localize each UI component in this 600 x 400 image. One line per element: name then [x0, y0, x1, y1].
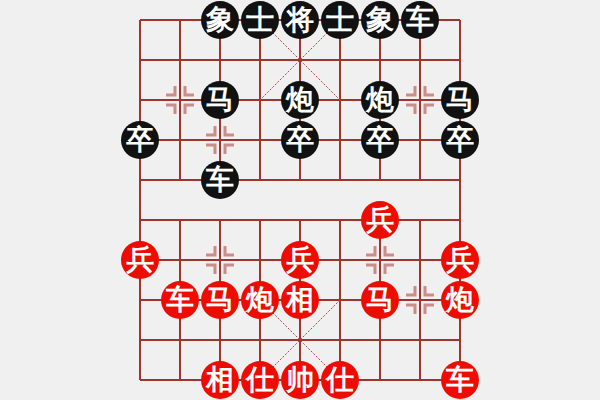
piece-black-horse[interactable]: 马 [441, 81, 479, 119]
piece-black-soldier[interactable]: 卒 [281, 121, 319, 159]
piece-red-chariot[interactable]: 车 [161, 281, 199, 319]
piece-black-advisor[interactable]: 士 [241, 1, 279, 39]
piece-black-elephant[interactable]: 象 [201, 1, 239, 39]
piece-red-advisor[interactable]: 仕 [321, 361, 359, 399]
piece-red-elephant[interactable]: 相 [281, 281, 319, 319]
piece-red-advisor[interactable]: 仕 [241, 361, 279, 399]
piece-black-horse[interactable]: 马 [201, 81, 239, 119]
piece-black-general[interactable]: 将 [281, 1, 319, 39]
piece-red-horse[interactable]: 马 [201, 281, 239, 319]
piece-black-advisor[interactable]: 士 [321, 1, 359, 39]
piece-black-cannon[interactable]: 炮 [361, 81, 399, 119]
piece-red-soldier[interactable]: 兵 [281, 241, 319, 279]
piece-black-cannon[interactable]: 炮 [281, 81, 319, 119]
piece-black-chariot[interactable]: 车 [201, 161, 239, 199]
piece-black-soldier[interactable]: 卒 [441, 121, 479, 159]
piece-black-soldier[interactable]: 卒 [361, 121, 399, 159]
piece-red-general[interactable]: 帅 [281, 361, 319, 399]
piece-red-cannon[interactable]: 炮 [241, 281, 279, 319]
piece-red-horse[interactable]: 马 [361, 281, 399, 319]
piece-red-chariot[interactable]: 车 [441, 361, 479, 399]
piece-red-soldier[interactable]: 兵 [441, 241, 479, 279]
piece-red-cannon[interactable]: 炮 [441, 281, 479, 319]
pieces-layer: 象士将士象车马炮炮马卒卒卒卒车兵兵兵兵车马炮相马炮相仕帅仕车 [120, 0, 480, 400]
piece-red-elephant[interactable]: 相 [201, 361, 239, 399]
piece-black-chariot[interactable]: 车 [401, 1, 439, 39]
piece-black-elephant[interactable]: 象 [361, 1, 399, 39]
piece-red-soldier[interactable]: 兵 [361, 201, 399, 239]
piece-red-soldier[interactable]: 兵 [121, 241, 159, 279]
xiangqi-board: 象士将士象车马炮炮马卒卒卒卒车兵兵兵兵车马炮相马炮相仕帅仕车 [0, 0, 600, 400]
piece-black-soldier[interactable]: 卒 [121, 121, 159, 159]
